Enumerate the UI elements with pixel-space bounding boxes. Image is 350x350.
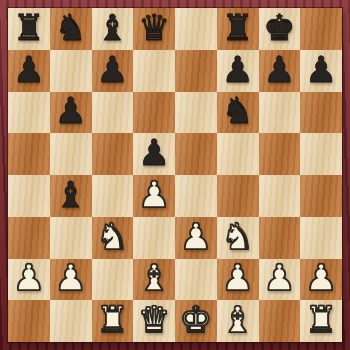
square-f6[interactable]: ♞ [217,92,259,134]
square-c6[interactable] [92,92,134,134]
square-f1[interactable]: ♝ [217,300,259,342]
square-h7[interactable]: ♟ [300,50,342,92]
white-pawn: ♟ [138,177,170,213]
square-h5[interactable] [300,133,342,175]
white-queen: ♛ [138,302,170,338]
square-c8[interactable]: ♝ [92,8,134,50]
square-h8[interactable] [300,8,342,50]
white-pawn: ♟ [221,260,253,296]
black-bishop: ♝ [54,177,86,213]
square-e6[interactable] [175,92,217,134]
square-h4[interactable] [300,175,342,217]
square-g8[interactable]: ♚ [259,8,301,50]
white-pawn: ♟ [180,219,212,255]
square-g7[interactable]: ♟ [259,50,301,92]
square-a8[interactable]: ♜ [8,8,50,50]
white-pawn: ♟ [263,260,295,296]
square-e1[interactable]: ♚ [175,300,217,342]
square-c3[interactable]: ♞ [92,217,134,259]
square-a7[interactable]: ♟ [8,50,50,92]
square-d2[interactable]: ♝ [133,259,175,301]
square-f7[interactable]: ♟ [217,50,259,92]
square-b5[interactable] [50,133,92,175]
square-g6[interactable] [259,92,301,134]
black-rook: ♜ [13,10,45,46]
square-d4[interactable]: ♟ [133,175,175,217]
black-knight: ♞ [221,93,253,129]
black-pawn: ♟ [13,52,45,88]
black-knight: ♞ [54,10,86,46]
white-bishop: ♝ [138,260,170,296]
square-g4[interactable] [259,175,301,217]
chess-board-frame: ♜♞♝♛♜♚♟♟♟♟♟♟♞♟♝♟♞♟♞♟♟♝♟♟♟♜♛♚♝♜ [0,0,350,350]
white-pawn: ♟ [13,260,45,296]
black-pawn: ♟ [221,52,253,88]
square-f2[interactable]: ♟ [217,259,259,301]
square-d3[interactable] [133,217,175,259]
square-e4[interactable] [175,175,217,217]
square-e2[interactable] [175,259,217,301]
black-pawn: ♟ [305,52,337,88]
white-king: ♚ [180,302,212,338]
square-b2[interactable]: ♟ [50,259,92,301]
square-g3[interactable] [259,217,301,259]
square-g5[interactable] [259,133,301,175]
square-e5[interactable] [175,133,217,175]
black-pawn: ♟ [138,135,170,171]
square-a1[interactable] [8,300,50,342]
white-rook: ♜ [305,302,337,338]
square-c5[interactable] [92,133,134,175]
square-h2[interactable]: ♟ [300,259,342,301]
black-rook: ♜ [221,10,253,46]
square-e3[interactable]: ♟ [175,217,217,259]
square-g2[interactable]: ♟ [259,259,301,301]
square-d5[interactable]: ♟ [133,133,175,175]
square-b8[interactable]: ♞ [50,8,92,50]
square-b6[interactable]: ♟ [50,92,92,134]
square-c7[interactable]: ♟ [92,50,134,92]
white-pawn: ♟ [305,260,337,296]
white-rook: ♜ [96,302,128,338]
white-pawn: ♟ [54,260,86,296]
square-h6[interactable] [300,92,342,134]
square-f3[interactable]: ♞ [217,217,259,259]
square-h1[interactable]: ♜ [300,300,342,342]
square-d6[interactable] [133,92,175,134]
square-e8[interactable] [175,8,217,50]
square-b1[interactable] [50,300,92,342]
square-b7[interactable] [50,50,92,92]
square-e7[interactable] [175,50,217,92]
square-a5[interactable] [8,133,50,175]
white-knight: ♞ [221,219,253,255]
chess-board: ♜♞♝♛♜♚♟♟♟♟♟♟♞♟♝♟♞♟♞♟♟♝♟♟♟♜♛♚♝♜ [8,8,342,342]
black-bishop: ♝ [96,10,128,46]
square-c4[interactable] [92,175,134,217]
square-b4[interactable]: ♝ [50,175,92,217]
square-c1[interactable]: ♜ [92,300,134,342]
square-h3[interactable] [300,217,342,259]
square-a4[interactable] [8,175,50,217]
black-queen: ♛ [138,10,170,46]
black-pawn: ♟ [263,52,295,88]
square-b3[interactable] [50,217,92,259]
square-a6[interactable] [8,92,50,134]
square-d7[interactable] [133,50,175,92]
square-d1[interactable]: ♛ [133,300,175,342]
black-king: ♚ [263,10,295,46]
square-f5[interactable] [217,133,259,175]
square-f8[interactable]: ♜ [217,8,259,50]
square-a2[interactable]: ♟ [8,259,50,301]
black-pawn: ♟ [54,93,86,129]
square-c2[interactable] [92,259,134,301]
white-bishop: ♝ [221,302,253,338]
black-pawn: ♟ [96,52,128,88]
square-d8[interactable]: ♛ [133,8,175,50]
square-g1[interactable] [259,300,301,342]
white-knight: ♞ [96,219,128,255]
square-f4[interactable] [217,175,259,217]
square-a3[interactable] [8,217,50,259]
